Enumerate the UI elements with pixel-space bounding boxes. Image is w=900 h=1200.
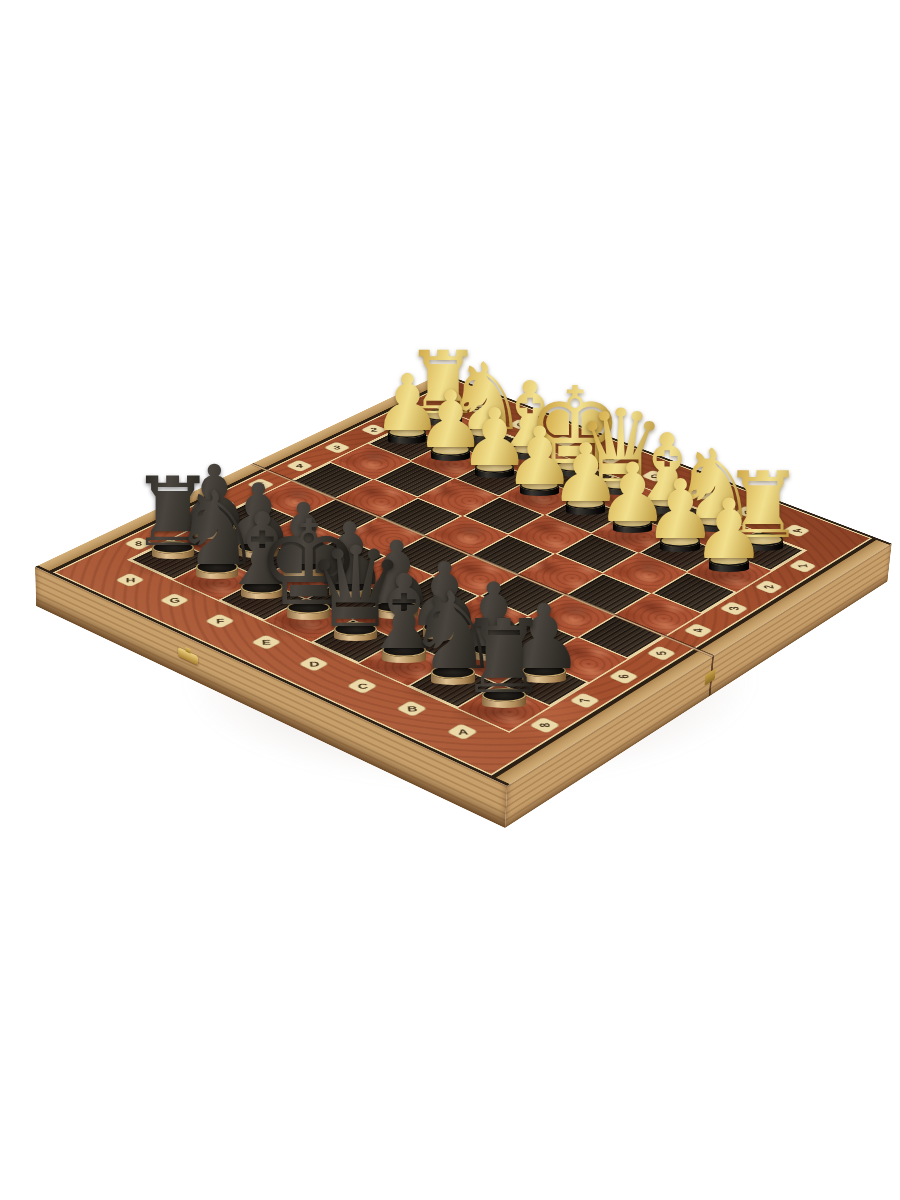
pieces-layer: ♜♞♝♛♚♝♞♜♟♟♟♟♟♟♟♟♟♟♟♟♟♟♟♟♜♞♝♛♚♝♞♜	[0, 0, 900, 1200]
product-photo: Overhead-angle product photo of an open …	[0, 0, 900, 1200]
